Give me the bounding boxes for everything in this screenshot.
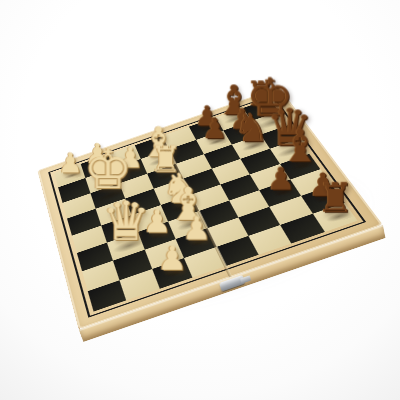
light-pawn-glyph: ♟ bbox=[123, 241, 222, 274]
chess-board-box: ♟♟♟♝♜♟♝♟♟♚♚♜♞♛♞♝♛♟♝♟♟♟♟♜ bbox=[37, 87, 382, 329]
dark-rook-glyph: ♜ bbox=[286, 178, 385, 219]
board-scene: ♟♟♟♝♜♟♝♟♟♚♚♜♞♛♞♝♛♟♝♟♟♟♟♜ bbox=[0, 0, 400, 400]
photo-canvas: ♟♟♟♝♜♟♝♟♟♚♚♜♞♛♞♝♛♟♝♟♟♟♟♜ bbox=[0, 0, 400, 400]
